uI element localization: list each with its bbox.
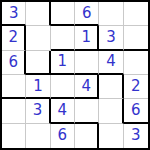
cell-r1c4[interactable]: 6 [75, 2, 99, 26]
cell-r5c6[interactable]: 6 [124, 99, 148, 123]
cell-r6c3[interactable]: 6 [51, 124, 75, 148]
cell-r2c5[interactable]: 3 [99, 26, 123, 50]
cell-r3c4[interactable] [75, 51, 99, 75]
cell-r6c2[interactable] [26, 124, 50, 148]
cell-r2c1[interactable]: 2 [2, 26, 26, 50]
cell-r4c5[interactable] [99, 75, 123, 99]
cell-r1c2[interactable] [26, 2, 50, 26]
cell-r3c2[interactable] [26, 51, 50, 75]
cell-r1c3[interactable] [51, 2, 75, 26]
cell-r1c6[interactable] [124, 2, 148, 26]
cell-r3c5[interactable]: 4 [99, 51, 123, 75]
cell-r4c6[interactable]: 2 [124, 75, 148, 99]
cell-r2c4[interactable]: 1 [75, 26, 99, 50]
cell-r5c5[interactable] [99, 99, 123, 123]
cell-r6c4[interactable] [75, 124, 99, 148]
cell-r2c6[interactable] [124, 26, 148, 50]
cell-r2c2[interactable] [26, 26, 50, 50]
cell-r5c1[interactable] [2, 99, 26, 123]
cell-r3c1[interactable]: 6 [2, 51, 26, 75]
cell-r4c1[interactable] [2, 75, 26, 99]
cell-r4c4[interactable]: 4 [75, 75, 99, 99]
cell-r5c3[interactable]: 4 [51, 99, 75, 123]
cell-r6c1[interactable] [2, 124, 26, 148]
cell-r3c3[interactable]: 1 [51, 51, 75, 75]
cell-r5c2[interactable]: 3 [26, 99, 50, 123]
cell-r2c3[interactable] [51, 26, 75, 50]
cell-r4c2[interactable]: 1 [26, 75, 50, 99]
cell-r5c4[interactable] [75, 99, 99, 123]
cell-r1c1[interactable]: 3 [2, 2, 26, 26]
cell-r6c6[interactable]: 3 [124, 124, 148, 148]
cell-r1c5[interactable] [99, 2, 123, 26]
cell-r3c6[interactable] [124, 51, 148, 75]
cell-r4c3[interactable] [51, 75, 75, 99]
sudoku-board: 3621361414234663 [0, 0, 150, 150]
cell-r6c5[interactable] [99, 124, 123, 148]
